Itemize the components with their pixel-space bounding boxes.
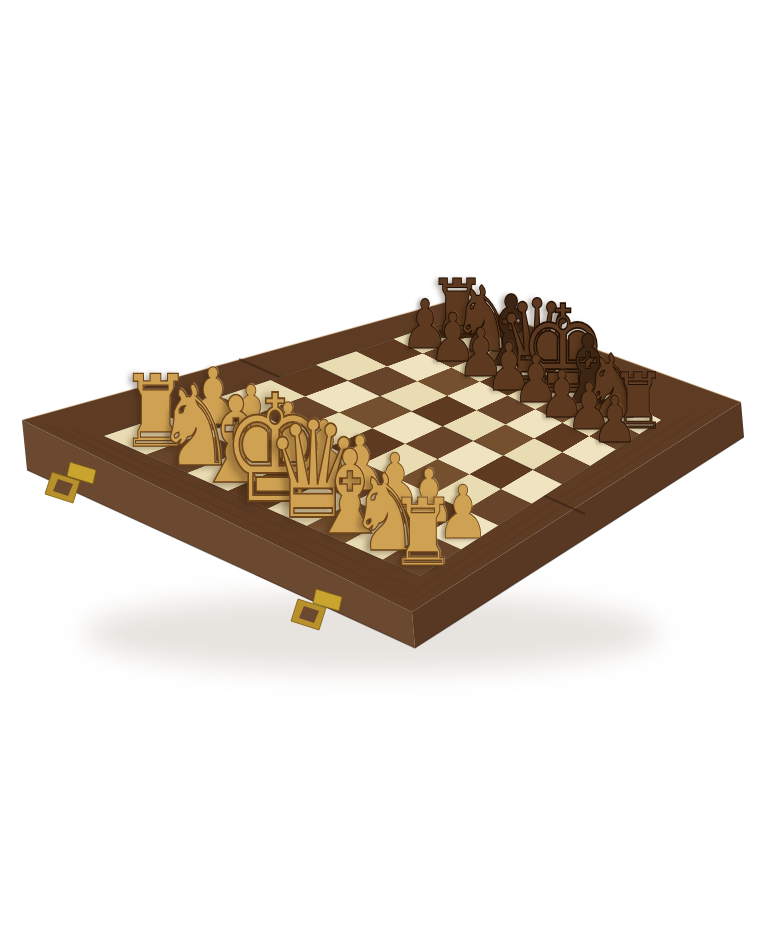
- chess-set-photo: ♜♞♝♚♛♝♞♜♟♟♟♟♟♟♟♟♟♟♟♟♟♟♟♟♜♞♝♛♚♝♞♜: [0, 0, 768, 930]
- page: { "game": "chess", "scene": { "descripti…: [0, 0, 768, 930]
- black-pawn-a7[interactable]: ♟: [592, 388, 638, 453]
- pieces-layer: ♜♞♝♚♛♝♞♜♟♟♟♟♟♟♟♟♟♟♟♟♟♟♟♟♜♞♝♛♚♝♞♜: [0, 0, 768, 930]
- white-rook-a1[interactable]: ♜: [390, 486, 457, 579]
